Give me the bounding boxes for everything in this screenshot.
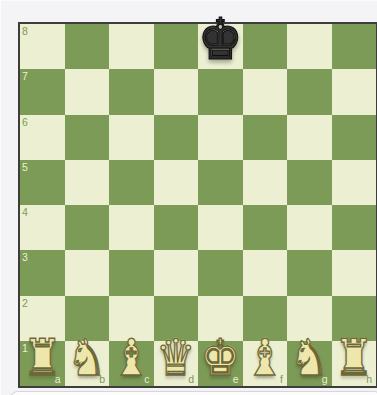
square-h7[interactable] xyxy=(332,69,377,114)
rank-label-2: 2 xyxy=(22,298,28,309)
square-c6[interactable] xyxy=(109,115,154,160)
square-d8[interactable] xyxy=(154,24,199,69)
square-d5[interactable] xyxy=(154,160,199,205)
white-rook[interactable]: ♜ xyxy=(23,333,62,383)
square-a8[interactable]: 8 xyxy=(20,24,65,69)
square-a6[interactable]: 6 xyxy=(20,115,65,160)
square-e7[interactable] xyxy=(198,69,243,114)
square-d7[interactable] xyxy=(154,69,199,114)
square-a4[interactable]: 4 xyxy=(20,205,65,250)
square-a1[interactable]: 1a♜ xyxy=(20,341,65,386)
square-g4[interactable] xyxy=(287,205,332,250)
square-h6[interactable] xyxy=(332,115,377,160)
square-c1[interactable]: c♝ xyxy=(109,341,154,386)
white-knight[interactable]: ♞ xyxy=(67,333,106,383)
bottom-panel-edge xyxy=(10,391,377,395)
white-bishop[interactable]: ♝ xyxy=(245,333,284,383)
square-e5[interactable] xyxy=(198,160,243,205)
square-d1[interactable]: d♛ xyxy=(154,341,199,386)
square-g7[interactable] xyxy=(287,69,332,114)
white-queen[interactable]: ♛ xyxy=(156,333,195,383)
square-a7[interactable]: 7 xyxy=(20,69,65,114)
square-f8[interactable] xyxy=(243,24,288,69)
square-c3[interactable] xyxy=(109,250,154,295)
square-b1[interactable]: b♞ xyxy=(65,341,110,386)
square-a5[interactable]: 5 xyxy=(20,160,65,205)
app-background: 8♚7654321a♜b♞c♝d♛e♚f♝g♞h♜ xyxy=(0,0,377,395)
square-e6[interactable] xyxy=(198,115,243,160)
square-b4[interactable] xyxy=(65,205,110,250)
square-c7[interactable] xyxy=(109,69,154,114)
square-g6[interactable] xyxy=(287,115,332,160)
white-rook[interactable]: ♜ xyxy=(334,333,373,383)
square-f7[interactable] xyxy=(243,69,288,114)
square-b3[interactable] xyxy=(65,250,110,295)
square-c4[interactable] xyxy=(109,205,154,250)
white-knight[interactable]: ♞ xyxy=(290,333,329,383)
rank-label-8: 8 xyxy=(22,26,28,37)
square-g1[interactable]: g♞ xyxy=(287,341,332,386)
square-d6[interactable] xyxy=(154,115,199,160)
square-a3[interactable]: 3 xyxy=(20,250,65,295)
square-d3[interactable] xyxy=(154,250,199,295)
square-h5[interactable] xyxy=(332,160,377,205)
square-e4[interactable] xyxy=(198,205,243,250)
square-b7[interactable] xyxy=(65,69,110,114)
square-e8[interactable]: ♚ xyxy=(198,24,243,69)
chess-board: 8♚7654321a♜b♞c♝d♛e♚f♝g♞h♜ xyxy=(18,22,377,388)
square-h8[interactable] xyxy=(332,24,377,69)
square-f3[interactable] xyxy=(243,250,288,295)
square-d4[interactable] xyxy=(154,205,199,250)
square-g3[interactable] xyxy=(287,250,332,295)
square-f5[interactable] xyxy=(243,160,288,205)
square-b6[interactable] xyxy=(65,115,110,160)
rank-label-7: 7 xyxy=(22,71,28,82)
square-f1[interactable]: f♝ xyxy=(243,341,288,386)
square-h3[interactable] xyxy=(332,250,377,295)
square-c8[interactable] xyxy=(109,24,154,69)
square-c5[interactable] xyxy=(109,160,154,205)
square-f6[interactable] xyxy=(243,115,288,160)
square-b8[interactable] xyxy=(65,24,110,69)
square-f4[interactable] xyxy=(243,205,288,250)
square-h1[interactable]: h♜ xyxy=(332,341,377,386)
square-h4[interactable] xyxy=(332,205,377,250)
white-king[interactable]: ♚ xyxy=(201,333,240,383)
square-g5[interactable] xyxy=(287,160,332,205)
square-e3[interactable] xyxy=(198,250,243,295)
rank-label-3: 3 xyxy=(22,252,28,263)
rank-label-6: 6 xyxy=(22,117,28,128)
rank-label-4: 4 xyxy=(22,207,28,218)
square-g8[interactable] xyxy=(287,24,332,69)
white-bishop[interactable]: ♝ xyxy=(112,333,151,383)
black-king[interactable]: ♚ xyxy=(198,11,243,68)
square-e1[interactable]: e♚ xyxy=(198,341,243,386)
square-b5[interactable] xyxy=(65,160,110,205)
rank-label-5: 5 xyxy=(22,162,28,173)
